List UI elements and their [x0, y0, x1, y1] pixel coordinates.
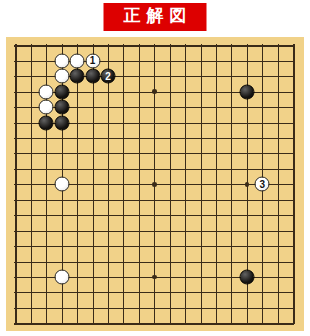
intersection — [8, 238, 23, 253]
intersection — [255, 223, 270, 238]
black-stone — [39, 115, 54, 130]
white-stone — [39, 84, 54, 99]
intersection — [85, 254, 100, 269]
intersection — [131, 84, 146, 99]
intersection — [285, 192, 300, 207]
intersection — [54, 192, 69, 207]
intersection — [239, 38, 254, 53]
black-stone — [70, 69, 85, 84]
black-stone — [85, 69, 100, 84]
intersection — [162, 161, 177, 176]
intersection — [208, 177, 223, 192]
intersection — [8, 115, 23, 130]
answer-diagram-page: 正解図 123 — [0, 0, 310, 336]
intersection — [255, 38, 270, 53]
intersection — [193, 53, 208, 68]
intersection — [208, 38, 223, 53]
hoshi-star-point — [152, 275, 157, 280]
intersection — [239, 53, 254, 68]
intersection — [23, 223, 38, 238]
intersection — [270, 238, 285, 253]
intersection — [69, 208, 84, 223]
intersection — [193, 285, 208, 300]
intersection — [239, 285, 254, 300]
intersection — [23, 69, 38, 84]
intersection — [162, 223, 177, 238]
intersection — [116, 177, 131, 192]
intersection — [208, 223, 223, 238]
intersection — [69, 192, 84, 207]
intersection — [162, 316, 177, 331]
intersection — [177, 130, 192, 145]
intersection — [147, 254, 162, 269]
intersection — [116, 300, 131, 315]
intersection — [224, 130, 239, 145]
intersection — [100, 99, 115, 114]
intersection — [147, 53, 162, 68]
intersection — [270, 69, 285, 84]
intersection — [38, 53, 53, 68]
intersection — [224, 38, 239, 53]
intersection — [224, 177, 239, 192]
intersection — [131, 192, 146, 207]
intersection — [131, 285, 146, 300]
intersection — [270, 285, 285, 300]
intersection — [147, 192, 162, 207]
intersection — [116, 269, 131, 284]
intersection — [116, 38, 131, 53]
intersection — [162, 115, 177, 130]
intersection — [193, 208, 208, 223]
intersection — [23, 99, 38, 114]
intersection — [100, 177, 115, 192]
intersection — [69, 99, 84, 114]
intersection — [100, 223, 115, 238]
intersection — [85, 177, 100, 192]
intersection — [23, 316, 38, 331]
intersection — [239, 316, 254, 331]
intersection — [116, 84, 131, 99]
intersection — [177, 300, 192, 315]
intersection — [208, 316, 223, 331]
intersection — [147, 300, 162, 315]
intersection — [38, 99, 53, 114]
diagram-title-banner: 正解図 — [104, 3, 207, 31]
intersection — [116, 285, 131, 300]
intersection — [131, 99, 146, 114]
intersection — [23, 84, 38, 99]
intersection — [208, 84, 223, 99]
intersection — [85, 223, 100, 238]
intersection — [208, 285, 223, 300]
intersection — [38, 146, 53, 161]
intersection — [255, 84, 270, 99]
intersection — [54, 115, 69, 130]
intersection — [8, 177, 23, 192]
intersection — [208, 208, 223, 223]
intersection — [177, 238, 192, 253]
intersection — [147, 38, 162, 53]
intersection — [208, 254, 223, 269]
intersection — [69, 177, 84, 192]
intersection — [285, 161, 300, 176]
intersection — [38, 115, 53, 130]
intersection — [23, 269, 38, 284]
intersection — [116, 130, 131, 145]
intersection — [147, 269, 162, 284]
intersection — [193, 254, 208, 269]
intersection — [85, 192, 100, 207]
intersection — [131, 254, 146, 269]
intersection — [54, 84, 69, 99]
intersection — [177, 53, 192, 68]
intersection — [239, 208, 254, 223]
intersection — [285, 300, 300, 315]
intersection — [131, 115, 146, 130]
intersection — [8, 53, 23, 68]
intersection — [162, 192, 177, 207]
intersection — [193, 269, 208, 284]
intersection — [85, 99, 100, 114]
intersection — [116, 161, 131, 176]
intersection — [69, 316, 84, 331]
intersection — [224, 146, 239, 161]
intersection — [208, 300, 223, 315]
intersection — [8, 285, 23, 300]
hoshi-star-point — [152, 182, 157, 187]
intersection — [8, 161, 23, 176]
intersection — [8, 192, 23, 207]
intersection — [100, 130, 115, 145]
intersection — [193, 238, 208, 253]
intersection — [255, 161, 270, 176]
intersection — [239, 69, 254, 84]
intersection — [100, 161, 115, 176]
intersection — [255, 99, 270, 114]
intersection — [239, 177, 254, 192]
intersection — [23, 38, 38, 53]
hoshi-star-point — [152, 89, 157, 94]
intersection — [177, 161, 192, 176]
intersection — [38, 130, 53, 145]
intersection — [23, 238, 38, 253]
intersection — [54, 53, 69, 68]
intersection — [270, 223, 285, 238]
intersection — [270, 177, 285, 192]
intersection — [255, 238, 270, 253]
intersection — [38, 223, 53, 238]
intersection — [100, 53, 115, 68]
white-stone — [54, 269, 69, 284]
intersection — [85, 84, 100, 99]
intersection — [239, 99, 254, 114]
intersection — [147, 177, 162, 192]
intersection — [255, 115, 270, 130]
intersection — [116, 99, 131, 114]
intersection — [285, 177, 300, 192]
intersection — [193, 115, 208, 130]
intersection — [100, 208, 115, 223]
intersection — [38, 84, 53, 99]
intersection — [208, 269, 223, 284]
intersection — [177, 223, 192, 238]
intersection — [69, 223, 84, 238]
intersection — [239, 146, 254, 161]
intersection — [193, 192, 208, 207]
intersection — [177, 177, 192, 192]
intersection — [193, 99, 208, 114]
intersection — [8, 130, 23, 145]
intersection — [147, 316, 162, 331]
intersection — [54, 177, 69, 192]
intersection — [270, 208, 285, 223]
intersection — [23, 177, 38, 192]
intersection — [23, 285, 38, 300]
intersection — [100, 192, 115, 207]
black-stone: 2 — [100, 69, 115, 84]
intersection — [255, 208, 270, 223]
intersection — [162, 300, 177, 315]
intersection — [8, 146, 23, 161]
intersection — [147, 161, 162, 176]
intersection — [85, 130, 100, 145]
intersection — [38, 177, 53, 192]
intersection — [224, 254, 239, 269]
intersection — [224, 192, 239, 207]
intersection — [23, 115, 38, 130]
move-number-label: 1 — [90, 56, 96, 66]
white-stone: 3 — [255, 177, 270, 192]
intersection — [255, 192, 270, 207]
intersection — [239, 238, 254, 253]
black-stone — [239, 84, 254, 99]
intersection — [162, 269, 177, 284]
intersection — [8, 300, 23, 315]
intersection — [100, 38, 115, 53]
intersection — [193, 84, 208, 99]
intersection — [270, 38, 285, 53]
move-number-label: 3 — [260, 179, 266, 189]
move-number-label: 2 — [105, 71, 111, 81]
intersection — [162, 99, 177, 114]
intersection — [23, 130, 38, 145]
intersection — [162, 130, 177, 145]
intersection — [131, 177, 146, 192]
intersection — [23, 161, 38, 176]
hoshi-star-point — [245, 182, 250, 187]
intersection — [54, 285, 69, 300]
intersection — [38, 285, 53, 300]
intersection — [8, 99, 23, 114]
white-stone — [39, 100, 54, 115]
intersection — [69, 300, 84, 315]
intersection — [100, 300, 115, 315]
white-stone — [54, 69, 69, 84]
board-grid: 123 — [8, 38, 301, 331]
intersection — [38, 316, 53, 331]
black-stone — [54, 100, 69, 115]
intersection — [23, 146, 38, 161]
intersection — [224, 285, 239, 300]
intersection — [38, 208, 53, 223]
intersection — [69, 238, 84, 253]
intersection — [285, 223, 300, 238]
intersection — [208, 192, 223, 207]
intersection — [100, 238, 115, 253]
intersection — [255, 285, 270, 300]
intersection — [255, 53, 270, 68]
intersection — [116, 316, 131, 331]
intersection — [239, 161, 254, 176]
intersection — [8, 38, 23, 53]
intersection — [285, 99, 300, 114]
intersection — [131, 208, 146, 223]
intersection — [162, 53, 177, 68]
intersection — [224, 53, 239, 68]
intersection — [54, 238, 69, 253]
intersection — [177, 316, 192, 331]
intersection — [38, 238, 53, 253]
intersection — [8, 254, 23, 269]
intersection — [270, 99, 285, 114]
intersection — [193, 300, 208, 315]
intersection — [23, 192, 38, 207]
intersection — [224, 99, 239, 114]
intersection — [162, 177, 177, 192]
intersection — [116, 192, 131, 207]
intersection — [224, 69, 239, 84]
intersection — [69, 254, 84, 269]
intersection — [85, 238, 100, 253]
intersection — [85, 300, 100, 315]
intersection — [285, 269, 300, 284]
intersection — [131, 130, 146, 145]
intersection — [224, 238, 239, 253]
intersection — [162, 254, 177, 269]
intersection — [38, 38, 53, 53]
intersection — [54, 300, 69, 315]
white-stone — [70, 53, 85, 68]
intersection — [285, 130, 300, 145]
intersection — [270, 84, 285, 99]
black-stone — [54, 84, 69, 99]
intersection: 3 — [255, 177, 270, 192]
intersection — [8, 208, 23, 223]
intersection — [8, 316, 23, 331]
intersection — [54, 69, 69, 84]
intersection — [208, 161, 223, 176]
intersection — [285, 316, 300, 331]
intersection — [147, 84, 162, 99]
intersection — [131, 69, 146, 84]
intersection — [177, 254, 192, 269]
intersection — [208, 115, 223, 130]
intersection — [54, 316, 69, 331]
intersection — [69, 285, 84, 300]
intersection — [208, 238, 223, 253]
intersection — [285, 285, 300, 300]
intersection — [131, 300, 146, 315]
intersection — [54, 130, 69, 145]
intersection — [193, 161, 208, 176]
intersection — [208, 146, 223, 161]
intersection — [69, 146, 84, 161]
intersection — [224, 208, 239, 223]
intersection — [208, 69, 223, 84]
intersection — [224, 115, 239, 130]
intersection — [147, 146, 162, 161]
intersection — [54, 99, 69, 114]
intersection — [193, 130, 208, 145]
intersection — [270, 269, 285, 284]
intersection — [147, 285, 162, 300]
intersection — [285, 84, 300, 99]
intersection — [147, 223, 162, 238]
intersection — [8, 84, 23, 99]
intersection — [285, 115, 300, 130]
black-stone — [239, 269, 254, 284]
intersection — [54, 208, 69, 223]
intersection — [116, 53, 131, 68]
black-stone — [54, 115, 69, 130]
intersection — [100, 316, 115, 331]
intersection — [270, 53, 285, 68]
intersection — [69, 53, 84, 68]
intersection — [177, 285, 192, 300]
intersection — [116, 238, 131, 253]
intersection — [162, 146, 177, 161]
intersection — [85, 269, 100, 284]
intersection — [116, 115, 131, 130]
intersection — [193, 177, 208, 192]
intersection — [224, 300, 239, 315]
intersection — [285, 146, 300, 161]
intersection — [270, 192, 285, 207]
intersection — [162, 208, 177, 223]
intersection — [100, 84, 115, 99]
intersection — [116, 208, 131, 223]
intersection: 1 — [85, 53, 100, 68]
intersection — [8, 269, 23, 284]
intersection — [116, 146, 131, 161]
white-stone: 1 — [85, 53, 100, 68]
intersection — [54, 161, 69, 176]
intersection — [270, 254, 285, 269]
intersection — [208, 53, 223, 68]
intersection — [285, 69, 300, 84]
intersection — [131, 161, 146, 176]
intersection — [147, 99, 162, 114]
intersection — [208, 130, 223, 145]
intersection — [85, 38, 100, 53]
intersection — [177, 115, 192, 130]
intersection — [85, 161, 100, 176]
intersection — [54, 269, 69, 284]
intersection — [162, 285, 177, 300]
intersection — [131, 316, 146, 331]
intersection — [224, 316, 239, 331]
intersection — [100, 115, 115, 130]
intersection — [147, 115, 162, 130]
intersection — [224, 161, 239, 176]
intersection — [177, 192, 192, 207]
intersection — [255, 69, 270, 84]
intersection — [116, 69, 131, 84]
intersection — [239, 254, 254, 269]
intersection — [8, 69, 23, 84]
intersection — [147, 69, 162, 84]
intersection — [162, 238, 177, 253]
